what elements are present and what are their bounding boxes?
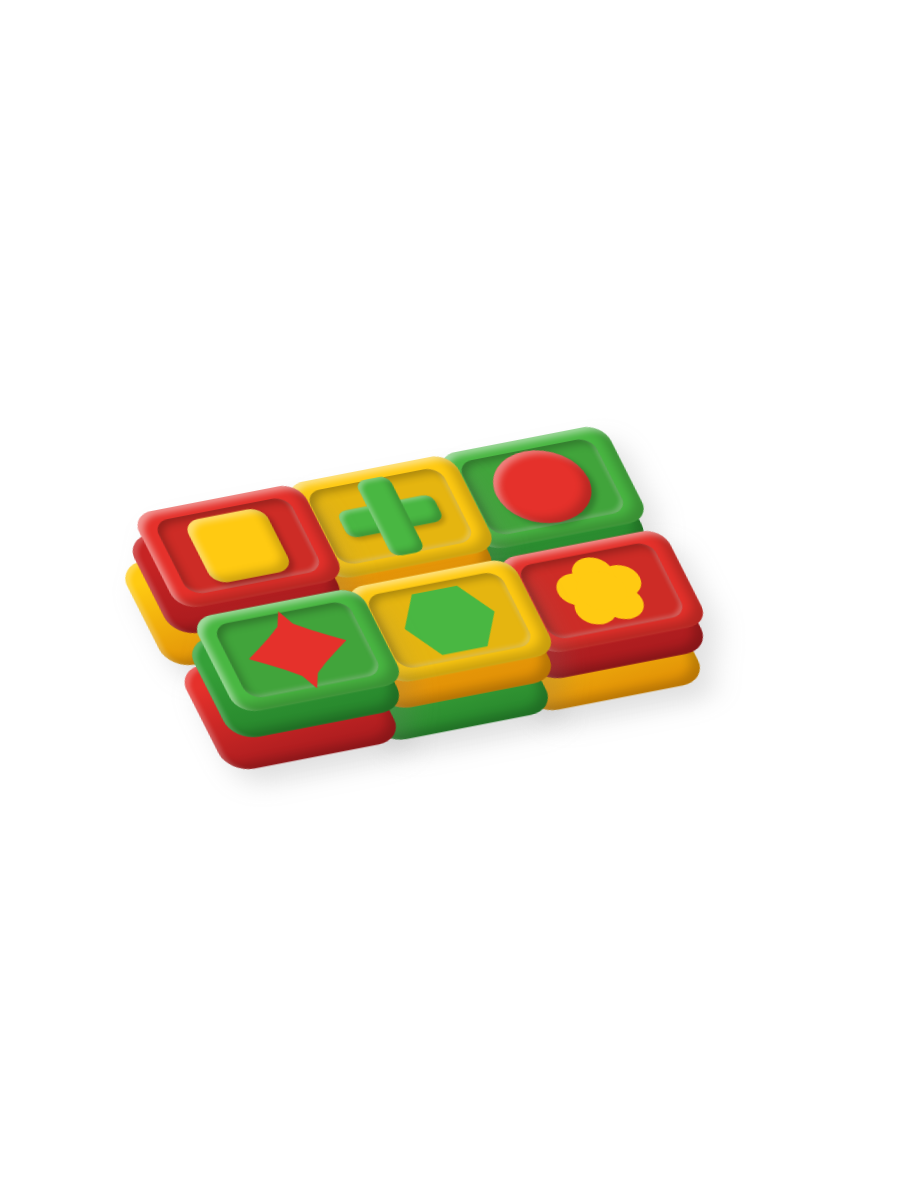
square-shape: [182, 507, 294, 585]
block-recess: [152, 496, 324, 596]
toy-blocks-board: [111, 390, 810, 851]
circle-shape: [479, 443, 606, 531]
hexagon-shape: [386, 577, 514, 663]
cross-shape: [323, 469, 457, 563]
block-back-left: [141, 480, 336, 612]
diamond-shape: [229, 602, 365, 698]
block-recess: [212, 600, 384, 700]
flower-shape: [569, 567, 635, 614]
product-photo-canvas: [0, 0, 900, 1200]
